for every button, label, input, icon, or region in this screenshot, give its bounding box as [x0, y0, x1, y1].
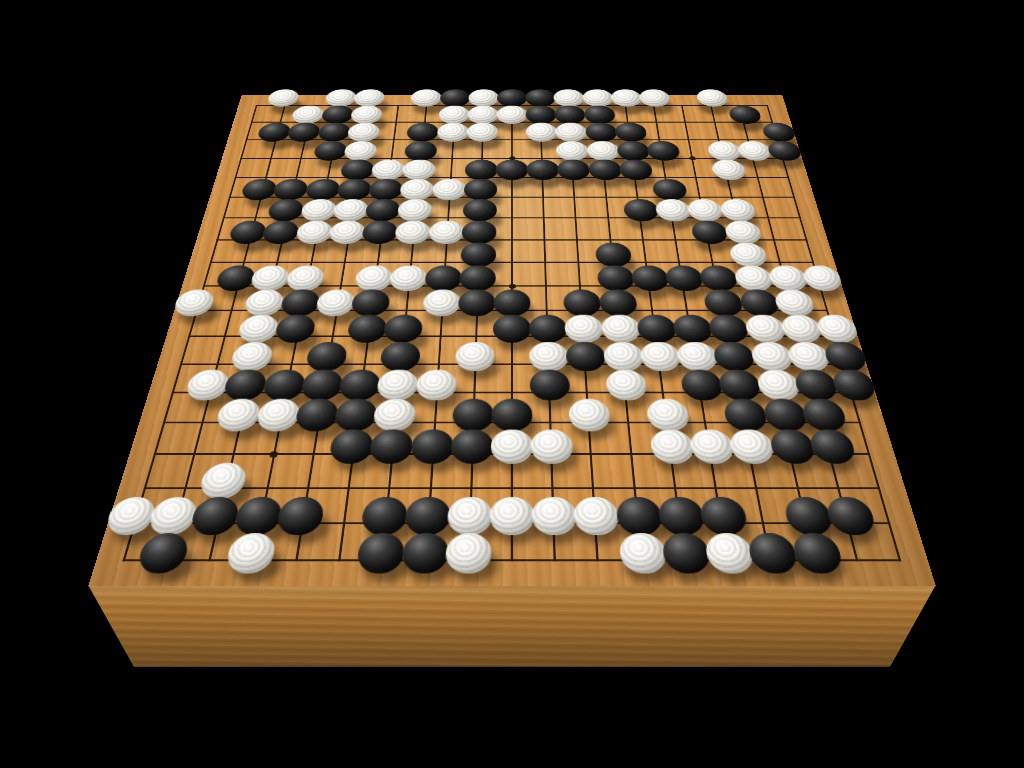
stone-white[interactable]: [569, 399, 612, 432]
board-front-face: [88, 586, 935, 667]
stone-white[interactable]: [526, 123, 558, 142]
stone-black[interactable]: [554, 106, 586, 124]
stone-white[interactable]: [556, 141, 589, 161]
stone-black[interactable]: [526, 106, 557, 124]
stone-white[interactable]: [586, 141, 620, 161]
stone-white[interactable]: [529, 342, 569, 371]
page-background: [0, 0, 1024, 768]
stone-black[interactable]: [585, 123, 618, 142]
stone-black[interactable]: [563, 290, 602, 317]
board-top-face[interactable]: [88, 95, 935, 586]
stone-white[interactable]: [489, 497, 534, 535]
stone-black[interactable]: [529, 315, 568, 343]
stone-white[interactable]: [582, 89, 614, 106]
stone-black[interactable]: [583, 106, 615, 124]
stone-black[interactable]: [491, 399, 533, 432]
stone-black[interactable]: [493, 315, 532, 343]
stone-black[interactable]: [526, 160, 559, 180]
stone-white[interactable]: [555, 123, 587, 142]
stone-black[interactable]: [588, 160, 623, 180]
stone-black[interactable]: [496, 160, 529, 180]
stone-white[interactable]: [554, 89, 585, 106]
hoshi-point: [689, 156, 696, 160]
stone-white[interactable]: [532, 497, 578, 535]
stone-white[interactable]: [491, 430, 534, 464]
stone-black[interactable]: [530, 370, 571, 401]
go-board: [88, 95, 935, 586]
stone-white[interactable]: [468, 89, 499, 106]
stone-white[interactable]: [467, 106, 498, 124]
stone-white[interactable]: [565, 315, 605, 343]
stone-black[interactable]: [497, 89, 527, 106]
stone-white[interactable]: [466, 123, 498, 142]
stone-white[interactable]: [531, 430, 574, 464]
stone-black[interactable]: [493, 290, 531, 317]
stone-white[interactable]: [497, 106, 528, 124]
stone-black[interactable]: [557, 160, 591, 180]
stone-black[interactable]: [525, 89, 556, 106]
